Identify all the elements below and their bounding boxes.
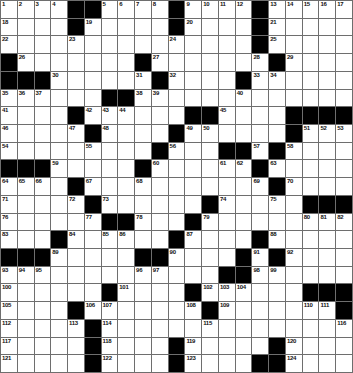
white-cell[interactable]: 72 bbox=[68, 196, 84, 213]
white-cell[interactable]: 30 bbox=[51, 72, 67, 89]
white-cell[interactable]: 37 bbox=[35, 90, 51, 107]
white-cell[interactable] bbox=[219, 338, 235, 355]
white-cell[interactable]: 87 bbox=[185, 231, 201, 248]
white-cell[interactable]: 57 bbox=[252, 143, 268, 160]
white-cell[interactable] bbox=[18, 320, 34, 337]
white-cell[interactable] bbox=[135, 320, 151, 337]
white-cell[interactable]: 46 bbox=[1, 125, 17, 142]
white-cell[interactable]: 55 bbox=[85, 143, 101, 160]
white-cell[interactable]: 106 bbox=[85, 302, 101, 319]
white-cell[interactable] bbox=[269, 284, 285, 301]
white-cell[interactable]: 82 bbox=[336, 214, 352, 231]
white-cell[interactable]: 12 bbox=[236, 1, 252, 18]
white-cell[interactable] bbox=[169, 284, 185, 301]
white-cell[interactable] bbox=[336, 355, 352, 372]
white-cell[interactable] bbox=[185, 160, 201, 177]
white-cell[interactable]: 48 bbox=[102, 125, 118, 142]
white-cell[interactable] bbox=[303, 72, 319, 89]
white-cell[interactable] bbox=[319, 90, 335, 107]
white-cell[interactable] bbox=[336, 267, 352, 284]
white-cell[interactable] bbox=[169, 107, 185, 124]
white-cell[interactable] bbox=[269, 214, 285, 231]
white-cell[interactable] bbox=[202, 72, 218, 89]
white-cell[interactable] bbox=[236, 231, 252, 248]
white-cell[interactable]: 41 bbox=[1, 107, 17, 124]
white-cell[interactable] bbox=[185, 178, 201, 195]
white-cell[interactable] bbox=[185, 267, 201, 284]
white-cell[interactable] bbox=[202, 267, 218, 284]
white-cell[interactable] bbox=[286, 19, 302, 36]
white-cell[interactable] bbox=[286, 267, 302, 284]
white-cell[interactable] bbox=[152, 302, 168, 319]
white-cell[interactable]: 9 bbox=[185, 1, 201, 18]
white-cell[interactable]: 108 bbox=[185, 302, 201, 319]
white-cell[interactable] bbox=[102, 19, 118, 36]
white-cell[interactable]: 120 bbox=[286, 338, 302, 355]
white-cell[interactable] bbox=[118, 196, 134, 213]
white-cell[interactable]: 123 bbox=[185, 355, 201, 372]
white-cell[interactable] bbox=[135, 338, 151, 355]
white-cell[interactable] bbox=[152, 107, 168, 124]
white-cell[interactable] bbox=[152, 196, 168, 213]
white-cell[interactable]: 114 bbox=[102, 320, 118, 337]
white-cell[interactable] bbox=[336, 143, 352, 160]
white-cell[interactable] bbox=[18, 125, 34, 142]
white-cell[interactable] bbox=[135, 107, 151, 124]
white-cell[interactable] bbox=[35, 54, 51, 71]
white-cell[interactable] bbox=[51, 214, 67, 231]
white-cell[interactable]: 68 bbox=[135, 178, 151, 195]
white-cell[interactable] bbox=[319, 231, 335, 248]
white-cell[interactable]: 19 bbox=[85, 19, 101, 36]
white-cell[interactable] bbox=[135, 196, 151, 213]
white-cell[interactable]: 53 bbox=[336, 125, 352, 142]
white-cell[interactable] bbox=[85, 90, 101, 107]
white-cell[interactable] bbox=[236, 54, 252, 71]
white-cell[interactable] bbox=[68, 338, 84, 355]
white-cell[interactable]: 119 bbox=[185, 338, 201, 355]
white-cell[interactable] bbox=[152, 125, 168, 142]
white-cell[interactable] bbox=[252, 90, 268, 107]
white-cell[interactable] bbox=[303, 249, 319, 266]
white-cell[interactable]: 94 bbox=[18, 267, 34, 284]
white-cell[interactable]: 13 bbox=[269, 1, 285, 18]
white-cell[interactable] bbox=[303, 338, 319, 355]
white-cell[interactable] bbox=[269, 107, 285, 124]
white-cell[interactable]: 92 bbox=[286, 249, 302, 266]
white-cell[interactable]: 6 bbox=[118, 1, 134, 18]
white-cell[interactable] bbox=[286, 196, 302, 213]
white-cell[interactable] bbox=[18, 19, 34, 36]
white-cell[interactable] bbox=[118, 355, 134, 372]
white-cell[interactable]: 103 bbox=[219, 284, 235, 301]
white-cell[interactable] bbox=[336, 160, 352, 177]
white-cell[interactable] bbox=[269, 320, 285, 337]
white-cell[interactable]: 75 bbox=[269, 196, 285, 213]
white-cell[interactable] bbox=[303, 19, 319, 36]
white-cell[interactable] bbox=[252, 320, 268, 337]
white-cell[interactable] bbox=[319, 355, 335, 372]
white-cell[interactable] bbox=[118, 302, 134, 319]
white-cell[interactable] bbox=[102, 143, 118, 160]
white-cell[interactable] bbox=[35, 196, 51, 213]
white-cell[interactable] bbox=[102, 72, 118, 89]
white-cell[interactable] bbox=[102, 267, 118, 284]
white-cell[interactable] bbox=[252, 338, 268, 355]
white-cell[interactable] bbox=[18, 284, 34, 301]
white-cell[interactable] bbox=[236, 320, 252, 337]
white-cell[interactable]: 81 bbox=[319, 214, 335, 231]
white-cell[interactable]: 113 bbox=[68, 320, 84, 337]
white-cell[interactable] bbox=[118, 178, 134, 195]
white-cell[interactable] bbox=[336, 178, 352, 195]
white-cell[interactable]: 35 bbox=[1, 90, 17, 107]
white-cell[interactable]: 66 bbox=[35, 178, 51, 195]
white-cell[interactable] bbox=[252, 302, 268, 319]
white-cell[interactable] bbox=[336, 231, 352, 248]
white-cell[interactable] bbox=[68, 160, 84, 177]
white-cell[interactable] bbox=[51, 107, 67, 124]
white-cell[interactable] bbox=[68, 143, 84, 160]
white-cell[interactable] bbox=[336, 249, 352, 266]
white-cell[interactable] bbox=[252, 107, 268, 124]
white-cell[interactable] bbox=[185, 320, 201, 337]
white-cell[interactable] bbox=[35, 19, 51, 36]
white-cell[interactable] bbox=[68, 284, 84, 301]
white-cell[interactable] bbox=[152, 338, 168, 355]
white-cell[interactable] bbox=[336, 54, 352, 71]
white-cell[interactable] bbox=[85, 231, 101, 248]
white-cell[interactable]: 65 bbox=[18, 178, 34, 195]
white-cell[interactable]: 39 bbox=[152, 90, 168, 107]
white-cell[interactable] bbox=[152, 355, 168, 372]
white-cell[interactable] bbox=[202, 338, 218, 355]
white-cell[interactable]: 90 bbox=[169, 249, 185, 266]
white-cell[interactable]: 34 bbox=[269, 72, 285, 89]
white-cell[interactable]: 70 bbox=[286, 178, 302, 195]
white-cell[interactable] bbox=[118, 160, 134, 177]
white-cell[interactable]: 42 bbox=[85, 107, 101, 124]
white-cell[interactable]: 95 bbox=[35, 267, 51, 284]
white-cell[interactable]: 52 bbox=[319, 125, 335, 142]
white-cell[interactable] bbox=[252, 125, 268, 142]
white-cell[interactable] bbox=[286, 36, 302, 53]
white-cell[interactable] bbox=[169, 214, 185, 231]
white-cell[interactable] bbox=[35, 284, 51, 301]
white-cell[interactable] bbox=[118, 36, 134, 53]
white-cell[interactable] bbox=[118, 143, 134, 160]
white-cell[interactable]: 97 bbox=[152, 267, 168, 284]
white-cell[interactable] bbox=[118, 125, 134, 142]
white-cell[interactable] bbox=[336, 36, 352, 53]
white-cell[interactable]: 3 bbox=[35, 1, 51, 18]
white-cell[interactable] bbox=[85, 160, 101, 177]
white-cell[interactable]: 28 bbox=[252, 54, 268, 71]
white-cell[interactable] bbox=[135, 19, 151, 36]
white-cell[interactable]: 49 bbox=[185, 125, 201, 142]
white-cell[interactable] bbox=[236, 178, 252, 195]
white-cell[interactable]: 89 bbox=[51, 249, 67, 266]
white-cell[interactable] bbox=[286, 284, 302, 301]
white-cell[interactable] bbox=[135, 143, 151, 160]
white-cell[interactable]: 61 bbox=[219, 160, 235, 177]
white-cell[interactable] bbox=[169, 178, 185, 195]
white-cell[interactable]: 71 bbox=[1, 196, 17, 213]
white-cell[interactable]: 58 bbox=[286, 143, 302, 160]
white-cell[interactable] bbox=[169, 160, 185, 177]
white-cell[interactable]: 5 bbox=[102, 1, 118, 18]
white-cell[interactable] bbox=[236, 107, 252, 124]
white-cell[interactable] bbox=[51, 320, 67, 337]
white-cell[interactable] bbox=[185, 90, 201, 107]
white-cell[interactable] bbox=[18, 143, 34, 160]
white-cell[interactable]: 7 bbox=[135, 1, 151, 18]
white-cell[interactable]: 115 bbox=[202, 320, 218, 337]
white-cell[interactable] bbox=[303, 178, 319, 195]
white-cell[interactable]: 73 bbox=[102, 196, 118, 213]
white-cell[interactable] bbox=[319, 143, 335, 160]
white-cell[interactable] bbox=[303, 54, 319, 71]
white-cell[interactable] bbox=[303, 355, 319, 372]
white-cell[interactable] bbox=[236, 302, 252, 319]
white-cell[interactable] bbox=[252, 196, 268, 213]
white-cell[interactable]: 111 bbox=[319, 302, 335, 319]
white-cell[interactable] bbox=[219, 36, 235, 53]
white-cell[interactable]: 22 bbox=[1, 36, 17, 53]
white-cell[interactable] bbox=[319, 54, 335, 71]
white-cell[interactable] bbox=[68, 267, 84, 284]
white-cell[interactable] bbox=[169, 302, 185, 319]
white-cell[interactable] bbox=[202, 249, 218, 266]
white-cell[interactable]: 109 bbox=[219, 302, 235, 319]
white-cell[interactable] bbox=[85, 249, 101, 266]
white-cell[interactable] bbox=[303, 143, 319, 160]
white-cell[interactable]: 31 bbox=[135, 72, 151, 89]
white-cell[interactable]: 122 bbox=[102, 355, 118, 372]
white-cell[interactable] bbox=[85, 72, 101, 89]
white-cell[interactable] bbox=[219, 231, 235, 248]
white-cell[interactable] bbox=[18, 338, 34, 355]
white-cell[interactable] bbox=[152, 320, 168, 337]
white-cell[interactable]: 16 bbox=[319, 1, 335, 18]
white-cell[interactable] bbox=[35, 143, 51, 160]
white-cell[interactable] bbox=[68, 72, 84, 89]
white-cell[interactable] bbox=[135, 355, 151, 372]
white-cell[interactable]: 21 bbox=[269, 19, 285, 36]
white-cell[interactable]: 2 bbox=[18, 1, 34, 18]
white-cell[interactable] bbox=[319, 320, 335, 337]
white-cell[interactable]: 83 bbox=[1, 231, 17, 248]
white-cell[interactable] bbox=[319, 160, 335, 177]
white-cell[interactable]: 118 bbox=[102, 338, 118, 355]
white-cell[interactable]: 64 bbox=[1, 178, 17, 195]
white-cell[interactable]: 93 bbox=[1, 267, 17, 284]
white-cell[interactable]: 23 bbox=[68, 36, 84, 53]
white-cell[interactable]: 102 bbox=[202, 284, 218, 301]
white-cell[interactable]: 38 bbox=[135, 90, 151, 107]
white-cell[interactable]: 101 bbox=[118, 284, 134, 301]
white-cell[interactable] bbox=[236, 214, 252, 231]
white-cell[interactable] bbox=[35, 338, 51, 355]
white-cell[interactable] bbox=[303, 320, 319, 337]
white-cell[interactable]: 98 bbox=[252, 267, 268, 284]
white-cell[interactable] bbox=[169, 267, 185, 284]
white-cell[interactable] bbox=[319, 338, 335, 355]
white-cell[interactable] bbox=[85, 54, 101, 71]
white-cell[interactable] bbox=[135, 302, 151, 319]
white-cell[interactable] bbox=[51, 125, 67, 142]
white-cell[interactable] bbox=[51, 178, 67, 195]
white-cell[interactable] bbox=[102, 36, 118, 53]
white-cell[interactable] bbox=[169, 196, 185, 213]
white-cell[interactable] bbox=[68, 214, 84, 231]
white-cell[interactable] bbox=[102, 178, 118, 195]
white-cell[interactable] bbox=[319, 249, 335, 266]
white-cell[interactable] bbox=[35, 355, 51, 372]
white-cell[interactable] bbox=[202, 178, 218, 195]
white-cell[interactable] bbox=[51, 19, 67, 36]
white-cell[interactable] bbox=[18, 355, 34, 372]
white-cell[interactable]: 32 bbox=[169, 72, 185, 89]
white-cell[interactable] bbox=[135, 231, 151, 248]
white-cell[interactable]: 116 bbox=[336, 320, 352, 337]
white-cell[interactable] bbox=[35, 36, 51, 53]
white-cell[interactable]: 8 bbox=[152, 1, 168, 18]
white-cell[interactable]: 11 bbox=[219, 1, 235, 18]
white-cell[interactable] bbox=[319, 72, 335, 89]
white-cell[interactable]: 112 bbox=[1, 320, 17, 337]
white-cell[interactable] bbox=[286, 231, 302, 248]
white-cell[interactable]: 88 bbox=[269, 231, 285, 248]
white-cell[interactable]: 45 bbox=[219, 107, 235, 124]
white-cell[interactable] bbox=[269, 90, 285, 107]
white-cell[interactable]: 80 bbox=[303, 214, 319, 231]
white-cell[interactable] bbox=[236, 125, 252, 142]
white-cell[interactable] bbox=[303, 231, 319, 248]
white-cell[interactable]: 69 bbox=[252, 178, 268, 195]
white-cell[interactable] bbox=[269, 302, 285, 319]
white-cell[interactable]: 50 bbox=[202, 125, 218, 142]
white-cell[interactable] bbox=[18, 214, 34, 231]
white-cell[interactable]: 76 bbox=[1, 214, 17, 231]
white-cell[interactable] bbox=[185, 143, 201, 160]
white-cell[interactable] bbox=[336, 90, 352, 107]
white-cell[interactable] bbox=[219, 72, 235, 89]
white-cell[interactable] bbox=[319, 267, 335, 284]
white-cell[interactable] bbox=[68, 249, 84, 266]
white-cell[interactable] bbox=[236, 338, 252, 355]
white-cell[interactable] bbox=[51, 284, 67, 301]
white-cell[interactable]: 44 bbox=[118, 107, 134, 124]
white-cell[interactable] bbox=[319, 19, 335, 36]
white-cell[interactable] bbox=[169, 320, 185, 337]
white-cell[interactable] bbox=[35, 231, 51, 248]
white-cell[interactable] bbox=[286, 90, 302, 107]
white-cell[interactable] bbox=[252, 214, 268, 231]
white-cell[interactable] bbox=[68, 90, 84, 107]
white-cell[interactable] bbox=[35, 125, 51, 142]
white-cell[interactable] bbox=[152, 214, 168, 231]
white-cell[interactable]: 24 bbox=[169, 36, 185, 53]
white-cell[interactable]: 100 bbox=[1, 284, 17, 301]
white-cell[interactable] bbox=[336, 19, 352, 36]
white-cell[interactable] bbox=[219, 214, 235, 231]
white-cell[interactable]: 56 bbox=[169, 143, 185, 160]
white-cell[interactable] bbox=[169, 90, 185, 107]
white-cell[interactable] bbox=[85, 284, 101, 301]
white-cell[interactable]: 10 bbox=[202, 1, 218, 18]
white-cell[interactable] bbox=[303, 36, 319, 53]
white-cell[interactable] bbox=[236, 355, 252, 372]
white-cell[interactable]: 63 bbox=[269, 160, 285, 177]
white-cell[interactable] bbox=[336, 72, 352, 89]
white-cell[interactable] bbox=[18, 196, 34, 213]
white-cell[interactable] bbox=[51, 302, 67, 319]
white-cell[interactable] bbox=[219, 249, 235, 266]
white-cell[interactable] bbox=[185, 54, 201, 71]
white-cell[interactable] bbox=[118, 249, 134, 266]
white-cell[interactable] bbox=[286, 302, 302, 319]
white-cell[interactable]: 110 bbox=[303, 302, 319, 319]
white-cell[interactable] bbox=[202, 231, 218, 248]
white-cell[interactable] bbox=[219, 19, 235, 36]
white-cell[interactable] bbox=[51, 196, 67, 213]
white-cell[interactable] bbox=[68, 54, 84, 71]
white-cell[interactable]: 104 bbox=[236, 284, 252, 301]
white-cell[interactable]: 33 bbox=[252, 72, 268, 89]
white-cell[interactable]: 25 bbox=[269, 36, 285, 53]
white-cell[interactable] bbox=[152, 284, 168, 301]
white-cell[interactable] bbox=[236, 196, 252, 213]
white-cell[interactable]: 29 bbox=[286, 54, 302, 71]
white-cell[interactable]: 62 bbox=[236, 160, 252, 177]
white-cell[interactable] bbox=[336, 338, 352, 355]
white-cell[interactable] bbox=[219, 90, 235, 107]
white-cell[interactable] bbox=[286, 214, 302, 231]
white-cell[interactable] bbox=[51, 338, 67, 355]
white-cell[interactable] bbox=[18, 231, 34, 248]
white-cell[interactable] bbox=[118, 54, 134, 71]
white-cell[interactable] bbox=[236, 36, 252, 53]
white-cell[interactable]: 124 bbox=[286, 355, 302, 372]
white-cell[interactable]: 96 bbox=[135, 267, 151, 284]
white-cell[interactable]: 26 bbox=[18, 54, 34, 71]
white-cell[interactable] bbox=[51, 36, 67, 53]
white-cell[interactable] bbox=[303, 160, 319, 177]
white-cell[interactable] bbox=[118, 320, 134, 337]
white-cell[interactable]: 54 bbox=[1, 143, 17, 160]
white-cell[interactable] bbox=[185, 36, 201, 53]
white-cell[interactable] bbox=[152, 36, 168, 53]
white-cell[interactable] bbox=[219, 125, 235, 142]
white-cell[interactable] bbox=[85, 267, 101, 284]
white-cell[interactable] bbox=[252, 284, 268, 301]
white-cell[interactable] bbox=[202, 355, 218, 372]
white-cell[interactable] bbox=[303, 267, 319, 284]
white-cell[interactable]: 4 bbox=[51, 1, 67, 18]
white-cell[interactable] bbox=[35, 320, 51, 337]
white-cell[interactable]: 79 bbox=[202, 214, 218, 231]
white-cell[interactable]: 99 bbox=[269, 267, 285, 284]
white-cell[interactable]: 40 bbox=[236, 90, 252, 107]
white-cell[interactable] bbox=[202, 160, 218, 177]
white-cell[interactable] bbox=[102, 249, 118, 266]
white-cell[interactable] bbox=[319, 36, 335, 53]
white-cell[interactable]: 107 bbox=[102, 302, 118, 319]
white-cell[interactable]: 77 bbox=[85, 214, 101, 231]
white-cell[interactable]: 20 bbox=[185, 19, 201, 36]
white-cell[interactable] bbox=[35, 107, 51, 124]
